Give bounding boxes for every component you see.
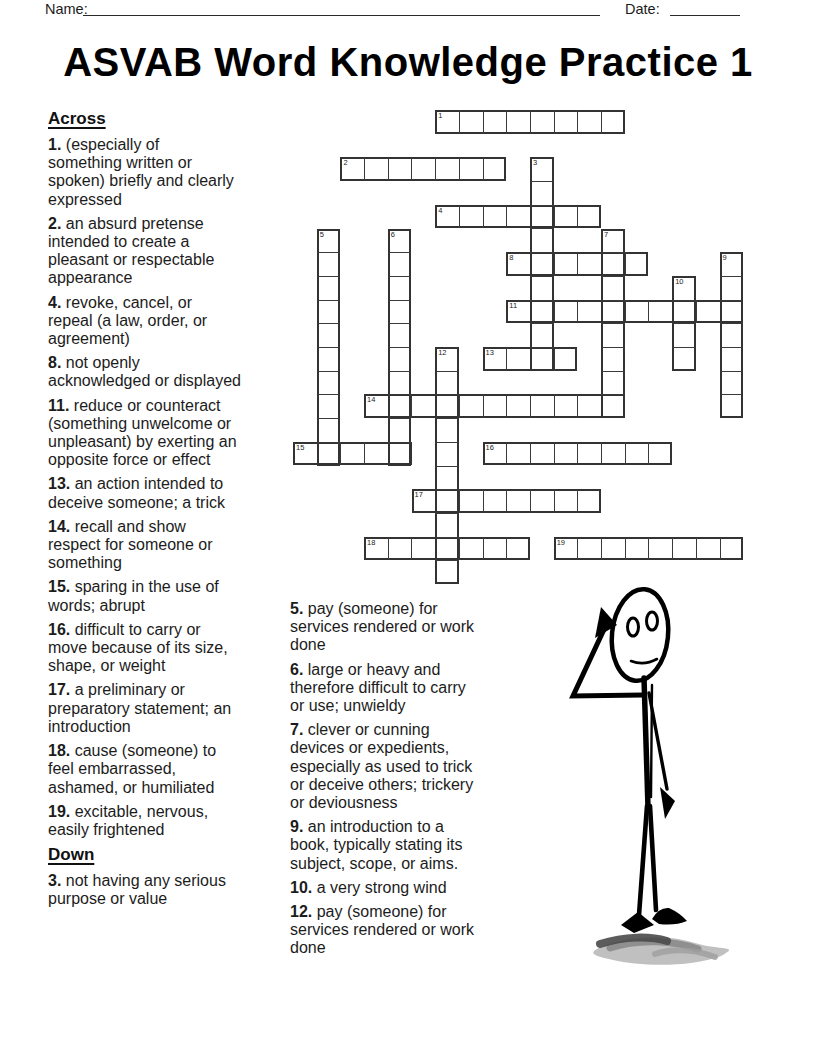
stickman-torso (644, 678, 648, 807)
grid-cell[interactable] (459, 205, 483, 229)
grid-cell[interactable] (720, 537, 744, 561)
grid-cell[interactable] (625, 300, 649, 324)
grid-cell[interactable] (554, 205, 578, 229)
confused-stickman-icon (555, 575, 785, 970)
grid-cell[interactable] (577, 110, 601, 134)
grid-cell[interactable] (411, 157, 435, 181)
grid-cell[interactable] (388, 276, 412, 300)
name-label: Name: (45, 1, 88, 17)
grid-cell[interactable] (317, 394, 341, 418)
grid-cell[interactable] (530, 181, 554, 205)
word-6-down: 6 (388, 229, 412, 466)
grid-cell[interactable] (530, 205, 554, 229)
grid-cell[interactable] (601, 442, 625, 466)
clue-1-across: 1. (especially of something written or s… (48, 136, 288, 209)
grid-cell[interactable] (317, 418, 341, 442)
clue-number: 3 (533, 159, 537, 167)
clue-18-across: 18. cause (someone) to feel embarrassed,… (48, 742, 288, 797)
stickman-leg-right (650, 806, 656, 910)
clue-number: 18 (367, 539, 375, 547)
down-clue-list-left: 3. not having any serious purpose or val… (48, 872, 288, 908)
grid-cell[interactable] (530, 252, 554, 276)
clue-16-across: 16. difficult to carry or move because o… (48, 621, 288, 676)
stickman-eye-right (647, 612, 658, 630)
grid-cell[interactable] (696, 537, 720, 561)
grid-cell[interactable] (483, 537, 507, 561)
across-clue-list: 1. (especially of something written or s… (48, 136, 288, 839)
grid-cell[interactable] (601, 371, 625, 395)
grid-cell[interactable] (388, 442, 412, 466)
grid-cell[interactable] (435, 157, 459, 181)
grid-cell[interactable] (435, 513, 459, 537)
clue-number: 7 (604, 231, 608, 239)
grid-cell[interactable] (554, 394, 578, 418)
grid-cell[interactable] (672, 323, 696, 347)
clue-number: 14 (367, 396, 375, 404)
grid-cell[interactable] (459, 394, 483, 418)
grid-cell[interactable] (720, 371, 744, 395)
stickman-hand-right (660, 787, 675, 819)
clue-number: 1 (438, 112, 442, 120)
grid-cell[interactable] (364, 442, 388, 466)
grid-cell[interactable] (577, 442, 601, 466)
grid-cell[interactable] (648, 442, 672, 466)
grid-cell[interactable] (388, 347, 412, 371)
word-19-across: 19 (554, 537, 744, 561)
grid-cell[interactable] (388, 394, 412, 418)
clue-number: 12 (438, 349, 446, 357)
grid-cell[interactable] (506, 489, 530, 513)
clue-number: 13 (486, 349, 494, 357)
grid-cell[interactable] (317, 323, 341, 347)
grid-cell[interactable] (625, 537, 649, 561)
grid-cell[interactable] (317, 300, 341, 324)
grid-cell[interactable] (388, 157, 412, 181)
grid-cell[interactable] (672, 347, 696, 371)
word-7-down: 7 (601, 229, 625, 419)
grid-cell[interactable] (483, 110, 507, 134)
grid-cell[interactable] (435, 418, 459, 442)
clue-number: 16 (486, 444, 494, 452)
grid-cell[interactable] (530, 276, 554, 300)
across-clues-column: Across 1. (especially of something writt… (48, 109, 288, 915)
grid-cell[interactable] (601, 276, 625, 300)
word-4-across: 4 (435, 205, 601, 229)
word-16-across: 16 (483, 442, 673, 466)
grid-cell[interactable] (435, 489, 459, 513)
grid-cell[interactable] (435, 466, 459, 490)
grid-cell[interactable] (648, 537, 672, 561)
grid-cell[interactable] (601, 252, 625, 276)
clue-15-across: 15. sparing in the use of words; abrupt (48, 578, 288, 614)
down-clues-column: 5. pay (someone) for services rendered o… (290, 600, 535, 964)
grid-cell[interactable] (340, 442, 364, 466)
grid-cell[interactable] (388, 323, 412, 347)
grid-cell[interactable] (530, 323, 554, 347)
grid-cell[interactable] (506, 394, 530, 418)
down-clue-list-middle: 5. pay (someone) for services rendered o… (290, 600, 535, 958)
grid-cell[interactable] (720, 347, 744, 371)
grid-cell[interactable] (530, 489, 554, 513)
grid-cell[interactable] (601, 347, 625, 371)
grid-cell[interactable] (435, 371, 459, 395)
word-5-down: 5 (317, 229, 341, 466)
clue-11-across: 11. reduce or counteract (something unwe… (48, 397, 288, 470)
grid-cell[interactable] (435, 560, 459, 584)
grid-cell[interactable] (554, 110, 578, 134)
grid-cell[interactable] (317, 347, 341, 371)
grid-cell[interactable] (648, 300, 672, 324)
clue-number: 10 (675, 278, 683, 286)
grid-cell[interactable] (601, 394, 625, 418)
crossword-grid: 12481113141516171819356791012 (293, 110, 745, 586)
grid-cell[interactable] (554, 300, 578, 324)
grid-cell[interactable] (530, 347, 554, 371)
clue-19-across: 19. excitable, nervous, easily frightene… (48, 803, 288, 839)
grid-cell[interactable] (577, 537, 601, 561)
clue-number: 15 (296, 444, 304, 452)
word-3-down: 3 (530, 157, 554, 370)
grid-cell[interactable] (530, 110, 554, 134)
grid-cell[interactable] (317, 442, 341, 466)
grid-cell[interactable] (720, 276, 744, 300)
clue-number: 6 (391, 231, 395, 239)
clue-7-down: 7. clever or cunning devices or expedien… (290, 721, 535, 812)
stickman-shadow (593, 937, 729, 965)
grid-cell[interactable] (483, 205, 507, 229)
grid-cell[interactable] (388, 537, 412, 561)
grid-cell[interactable] (483, 489, 507, 513)
date-input-line[interactable] (670, 1, 740, 16)
grid-cell[interactable] (530, 228, 554, 252)
clue-number: 11 (509, 302, 517, 310)
down-heading: Down (48, 845, 288, 865)
clue-6-down: 6. large or heavy and therefore difficul… (290, 661, 535, 716)
stickman-eye-left (628, 618, 639, 636)
grid-cell[interactable] (506, 537, 530, 561)
grid-cell[interactable] (411, 394, 435, 418)
clue-10-down: 10. a very strong wind (290, 879, 535, 897)
grid-cell[interactable] (483, 394, 507, 418)
grid-cell[interactable] (720, 394, 744, 418)
clue-4-across: 4. revoke, cancel, or repeal (a law, ord… (48, 294, 288, 349)
grid-cell[interactable] (506, 347, 530, 371)
stickman-leg-left (639, 806, 647, 915)
grid-cell[interactable] (317, 276, 341, 300)
grid-cell[interactable] (530, 300, 554, 324)
grid-cell[interactable] (459, 537, 483, 561)
grid-cell[interactable] (459, 157, 483, 181)
grid-cell[interactable] (459, 489, 483, 513)
grid-cell[interactable] (530, 442, 554, 466)
grid-cell[interactable] (554, 347, 578, 371)
grid-cell[interactable] (554, 489, 578, 513)
clue-14-across: 14. recall and show respect for someone … (48, 518, 288, 573)
grid-cell[interactable] (317, 371, 341, 395)
word-2-across: 2 (340, 157, 506, 181)
clue-12-down: 12. pay (someone) for services rendered … (290, 903, 535, 958)
grid-cell[interactable] (720, 323, 744, 347)
clue-17-across: 17. a preliminary or preparatory stateme… (48, 681, 288, 736)
grid-cell[interactable] (388, 252, 412, 276)
grid-cell[interactable] (577, 252, 601, 276)
clue-8-across: 8. not openly acknowledged or displayed (48, 354, 288, 390)
clue-13-across: 13. an action intended to deceive someon… (48, 475, 288, 511)
grid-cell[interactable] (696, 300, 720, 324)
stickman-head (607, 586, 672, 683)
grid-cell[interactable] (625, 442, 649, 466)
grid-cell[interactable] (577, 300, 601, 324)
date-label: Date: (625, 1, 660, 17)
page-title: ASVAB Word Knowledge Practice 1 (0, 40, 816, 85)
clue-number: 5 (320, 231, 324, 239)
grid-cell[interactable] (554, 442, 578, 466)
grid-cell[interactable] (530, 394, 554, 418)
grid-cell[interactable] (483, 157, 507, 181)
word-10-down: 10 (672, 276, 696, 371)
across-heading: Across (48, 109, 288, 129)
clue-number: 19 (557, 539, 565, 547)
clue-3-down: 3. not having any serious purpose or val… (48, 872, 288, 908)
grid-cell[interactable] (601, 537, 625, 561)
grid-cell[interactable] (625, 252, 649, 276)
grid-cell[interactable] (601, 323, 625, 347)
clue-number: 9 (723, 254, 727, 262)
grid-cell[interactable] (601, 300, 625, 324)
grid-cell[interactable] (435, 537, 459, 561)
word-9-down: 9 (720, 252, 744, 418)
grid-cell[interactable] (411, 537, 435, 561)
grid-cell[interactable] (317, 252, 341, 276)
grid-cell[interactable] (388, 371, 412, 395)
stickman-foot-left (621, 912, 654, 933)
grid-cell[interactable] (435, 394, 459, 418)
grid-cell[interactable] (577, 489, 601, 513)
grid-cell[interactable] (672, 537, 696, 561)
grid-cell[interactable] (459, 110, 483, 134)
word-1-across: 1 (435, 110, 625, 134)
grid-cell[interactable] (506, 205, 530, 229)
clue-number: 17 (415, 491, 423, 499)
clue-5-down: 5. pay (someone) for services rendered o… (290, 600, 535, 655)
grid-cell[interactable] (506, 110, 530, 134)
clue-number: 8 (509, 254, 513, 262)
grid-cell[interactable] (554, 252, 578, 276)
clue-9-down: 9. an introduction to a book, typically … (290, 818, 535, 873)
grid-cell[interactable] (577, 205, 601, 229)
clue-number: 4 (438, 207, 442, 215)
grid-cell[interactable] (506, 442, 530, 466)
grid-cell[interactable] (364, 157, 388, 181)
clue-2-across: 2. an absurd pretense intended to create… (48, 215, 288, 288)
grid-cell[interactable] (601, 110, 625, 134)
grid-cell[interactable] (672, 300, 696, 324)
grid-cell[interactable] (388, 418, 412, 442)
name-input-line[interactable] (83, 1, 600, 16)
clue-number: 2 (343, 159, 347, 167)
grid-cell[interactable] (435, 442, 459, 466)
grid-cell[interactable] (388, 300, 412, 324)
word-12-down: 12 (435, 347, 459, 584)
grid-cell[interactable] (577, 394, 601, 418)
word-8-across: 8 (506, 252, 648, 276)
grid-cell[interactable] (720, 300, 744, 324)
